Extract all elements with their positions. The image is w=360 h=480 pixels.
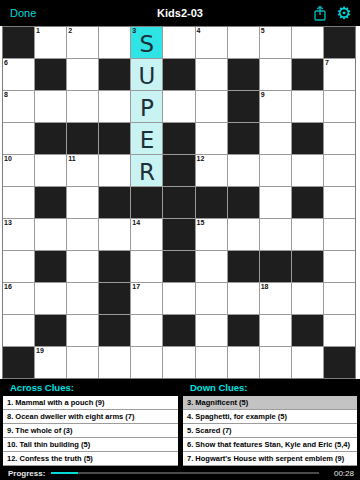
grid-cell[interactable] <box>292 219 323 250</box>
clue-number: 9 <box>261 91 265 99</box>
grid-cell-black <box>99 59 130 90</box>
grid-cell[interactable] <box>292 155 323 186</box>
across-clues-header: Across Clues: <box>3 379 178 396</box>
grid-cell-black <box>228 187 259 218</box>
grid-cell[interactable] <box>228 347 259 378</box>
grid-cell-black <box>163 187 194 218</box>
cell-letter: R <box>131 157 162 188</box>
grid-cell-black <box>228 123 259 154</box>
grid-cell[interactable]: 19 <box>35 347 66 378</box>
grid-cell[interactable]: 16 <box>3 283 34 314</box>
grid-cell[interactable] <box>67 91 98 122</box>
grid-cell[interactable] <box>131 347 162 378</box>
grid-cell-black <box>324 347 355 378</box>
grid-cell[interactable] <box>67 347 98 378</box>
top-bar: Done Kids2-03 ⚙ <box>0 0 360 26</box>
grid-cell[interactable] <box>3 251 34 282</box>
grid-cell[interactable] <box>228 27 259 58</box>
clue-number: 11 <box>68 155 75 163</box>
grid-cell-black <box>292 59 323 90</box>
grid-cell-black <box>67 123 98 154</box>
grid-cell[interactable]: 10 <box>3 155 34 186</box>
grid-cell[interactable] <box>196 347 227 378</box>
grid-cell[interactable] <box>260 155 291 186</box>
clue-item[interactable]: 1. Mammal with a pouch (9) <box>3 396 178 410</box>
grid-cell[interactable] <box>99 91 130 122</box>
clue-number: 15 <box>197 219 205 227</box>
clue-item[interactable]: 10. Tall thin building (5) <box>3 438 178 452</box>
grid-cell[interactable]: 5 <box>260 27 291 58</box>
clue-item[interactable]: 6. Show that features Stan, Kyle and Eri… <box>183 438 357 452</box>
grid-cell-black <box>99 123 130 154</box>
grid-cell[interactable] <box>228 155 259 186</box>
clue-item[interactable]: 5. Scared (7) <box>183 424 357 438</box>
grid-cell[interactable] <box>196 123 227 154</box>
grid-cell-black <box>228 315 259 346</box>
grid-cell[interactable] <box>228 219 259 250</box>
grid-cell[interactable]: 7 <box>324 59 355 90</box>
grid-cell-black <box>163 155 194 186</box>
grid-cell[interactable]: U <box>131 59 162 90</box>
grid-cell[interactable]: 4 <box>196 27 227 58</box>
page-title: Kids2-03 <box>0 0 360 26</box>
grid-cell-black <box>292 187 323 218</box>
grid-cell-black <box>292 315 323 346</box>
grid-cell[interactable] <box>196 59 227 90</box>
grid-cell-black <box>163 123 194 154</box>
clue-number: 1 <box>36 27 40 35</box>
down-clues-column: Down Clues: 3. Magnificent (5)4. Spaghet… <box>183 379 357 466</box>
grid-cell[interactable] <box>260 219 291 250</box>
grid-cell-black <box>35 59 66 90</box>
grid-cell[interactable] <box>163 91 194 122</box>
grid-cell[interactable] <box>67 251 98 282</box>
clue-number: 10 <box>4 155 12 163</box>
grid-cell-black <box>35 315 66 346</box>
grid-cell-black <box>292 251 323 282</box>
grid-cell-black <box>260 251 291 282</box>
grid-cell[interactable] <box>35 155 66 186</box>
cell-letter: U <box>131 61 162 92</box>
grid-cell[interactable]: 1 <box>35 27 66 58</box>
grid-cell[interactable] <box>163 27 194 58</box>
grid-cell-black <box>163 219 194 250</box>
down-clues-list: 3. Magnificent (5)4. Spaghetti, for exam… <box>183 396 357 466</box>
grid-cell[interactable] <box>67 283 98 314</box>
clue-item[interactable]: 12. Confess the truth (5) <box>3 452 178 466</box>
grid-cell[interactable]: 2 <box>67 27 98 58</box>
clue-number: 8 <box>4 91 8 99</box>
grid-cell-black <box>324 27 355 58</box>
grid-cell[interactable] <box>99 155 130 186</box>
grid-cell[interactable]: P <box>131 91 162 122</box>
grid-cell-black <box>99 251 130 282</box>
grid-cell[interactable] <box>67 315 98 346</box>
grid-cell[interactable] <box>292 91 323 122</box>
grid-cell[interactable] <box>228 283 259 314</box>
grid-cell[interactable] <box>324 283 355 314</box>
gear-icon: ⚙ <box>336 3 351 23</box>
grid-cell[interactable] <box>260 187 291 218</box>
grid-cell-black <box>131 187 162 218</box>
grid-cell[interactable] <box>324 315 355 346</box>
grid-cell[interactable] <box>3 187 34 218</box>
grid-cell-black <box>163 251 194 282</box>
grid-cell[interactable] <box>324 251 355 282</box>
grid-cell[interactable] <box>35 91 66 122</box>
grid-cell[interactable]: 3S <box>131 27 162 58</box>
share-button[interactable] <box>312 5 328 22</box>
across-clues-list: 1. Mammal with a pouch (9)8. Ocean dwell… <box>3 396 178 466</box>
grid-cell[interactable] <box>324 187 355 218</box>
grid-cell[interactable]: 17 <box>131 283 162 314</box>
grid-cell[interactable] <box>196 251 227 282</box>
clue-number: 7 <box>325 59 329 67</box>
grid-cell[interactable] <box>292 27 323 58</box>
clue-item[interactable]: 8. Ocean dweller with eight arms (7) <box>3 410 178 424</box>
cell-letter: E <box>131 125 162 156</box>
grid-cell[interactable] <box>324 155 355 186</box>
grid-cell[interactable] <box>163 347 194 378</box>
grid-cell-black <box>99 315 130 346</box>
clue-number: 17 <box>132 283 140 291</box>
clue-number: 18 <box>261 283 269 291</box>
grid-cell-black <box>35 187 66 218</box>
grid-cell[interactable]: 15 <box>196 219 227 250</box>
cell-letter: P <box>131 93 162 124</box>
grid-cell[interactable] <box>99 219 130 250</box>
clue-number: 12 <box>197 155 205 163</box>
progress-bar-fill <box>51 472 78 474</box>
grid-cell-black <box>196 187 227 218</box>
clue-number: 5 <box>261 27 265 35</box>
grid-cell[interactable]: 8 <box>3 91 34 122</box>
grid-cell[interactable] <box>196 283 227 314</box>
crossword-grid: 123S456U78P9E1011R1213141516171819 <box>2 26 356 379</box>
grid-cell[interactable] <box>67 59 98 90</box>
down-clues-header: Down Clues: <box>183 379 357 396</box>
clue-number: 19 <box>36 347 44 355</box>
share-icon <box>312 8 328 25</box>
clue-number: 6 <box>4 59 8 67</box>
grid-cell-black <box>163 315 194 346</box>
grid-cell-black <box>3 27 34 58</box>
cell-letter: S <box>131 29 162 60</box>
grid-cell-black <box>228 59 259 90</box>
clue-number: 4 <box>197 27 201 35</box>
grid-cell[interactable] <box>131 315 162 346</box>
grid-cell[interactable] <box>324 91 355 122</box>
grid-cell[interactable]: 6 <box>3 59 34 90</box>
grid-cell-black <box>3 347 34 378</box>
grid-cell[interactable] <box>35 219 66 250</box>
grid-cell[interactable] <box>260 59 291 90</box>
across-clues-column: Across Clues: 1. Mammal with a pouch (9)… <box>3 379 178 466</box>
grid-cell-black <box>35 123 66 154</box>
grid-cell[interactable]: E <box>131 123 162 154</box>
grid-cell[interactable] <box>3 123 34 154</box>
grid-cell[interactable] <box>67 219 98 250</box>
grid-cell[interactable] <box>324 123 355 154</box>
clue-number: 2 <box>68 27 72 35</box>
clue-item[interactable]: 3. Magnificent (5) <box>183 396 357 410</box>
progress-label: Progress: <box>8 469 45 478</box>
grid-cell-black <box>35 251 66 282</box>
clue-number: 14 <box>132 219 140 227</box>
grid-cell[interactable]: 14 <box>131 219 162 250</box>
grid-cell[interactable] <box>99 347 130 378</box>
grid-cell-black <box>228 91 259 122</box>
clue-item[interactable]: 4. Spaghetti, for example (5) <box>183 410 357 424</box>
grid-cell[interactable] <box>131 251 162 282</box>
grid-cell[interactable] <box>260 347 291 378</box>
grid-cell-black <box>228 251 259 282</box>
grid-cell-black <box>163 59 194 90</box>
grid-cell[interactable]: 13 <box>3 219 34 250</box>
grid-cell[interactable] <box>35 283 66 314</box>
settings-button[interactable]: ⚙ <box>334 1 354 25</box>
clue-number: 13 <box>4 219 12 227</box>
grid-cell[interactable] <box>163 283 194 314</box>
grid-cell[interactable] <box>292 347 323 378</box>
grid-cell[interactable] <box>260 315 291 346</box>
progress-bar <box>51 472 319 474</box>
grid-cell[interactable]: 11 <box>67 155 98 186</box>
status-bar: Progress: 00:28 <box>0 466 360 480</box>
grid-cell[interactable] <box>99 27 130 58</box>
grid-cell[interactable] <box>324 219 355 250</box>
grid-cell[interactable] <box>3 315 34 346</box>
grid-cell[interactable]: R <box>131 155 162 186</box>
clue-panel: Across Clues: 1. Mammal with a pouch (9)… <box>0 379 360 466</box>
clue-item[interactable]: 9. The whole of (3) <box>3 424 178 438</box>
clue-item[interactable]: 7. Hogwart's House with serpent emblem (… <box>183 452 357 466</box>
grid-cell[interactable] <box>292 283 323 314</box>
grid-cell-black <box>99 283 130 314</box>
grid-cell[interactable] <box>196 315 227 346</box>
grid-cell[interactable]: 12 <box>196 155 227 186</box>
grid-cell[interactable] <box>260 123 291 154</box>
timer: 00:28 <box>334 469 354 478</box>
clue-number: 16 <box>4 283 12 291</box>
grid-cell[interactable]: 9 <box>260 91 291 122</box>
grid-cell[interactable] <box>67 187 98 218</box>
grid-cell[interactable]: 18 <box>260 283 291 314</box>
crossword-app: Done Kids2-03 ⚙ 123S456U78P9E1011R121314… <box>0 0 360 480</box>
grid-cell-black <box>292 123 323 154</box>
grid-cell-black <box>99 187 130 218</box>
grid-cell[interactable] <box>196 91 227 122</box>
